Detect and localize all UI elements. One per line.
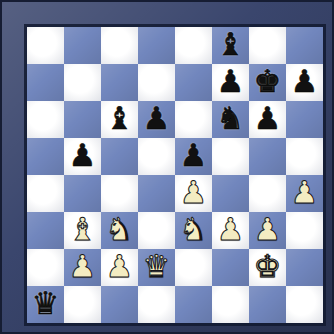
black-bishop[interactable]: ♝ — [106, 101, 134, 137]
square-e7[interactable] — [175, 64, 212, 101]
white-pawn[interactable]: ♟ — [254, 212, 282, 248]
square-e8[interactable] — [175, 27, 212, 64]
square-a4[interactable] — [27, 175, 64, 212]
square-f4[interactable] — [212, 175, 249, 212]
square-h8[interactable] — [286, 27, 323, 64]
square-h1[interactable] — [286, 286, 323, 323]
square-g3[interactable]: ♟ — [249, 212, 286, 249]
black-knight[interactable]: ♞ — [217, 101, 245, 137]
white-pawn[interactable]: ♟ — [106, 249, 134, 285]
white-king[interactable]: ♚ — [254, 249, 282, 285]
white-knight[interactable]: ♞ — [106, 212, 134, 248]
square-a1[interactable]: ♛ — [27, 286, 64, 323]
square-g5[interactable] — [249, 138, 286, 175]
square-e5[interactable]: ♟ — [175, 138, 212, 175]
square-f2[interactable] — [212, 249, 249, 286]
square-f8[interactable]: ♝ — [212, 27, 249, 64]
black-pawn[interactable]: ♟ — [69, 138, 97, 174]
black-pawn[interactable]: ♟ — [180, 138, 208, 174]
square-b1[interactable] — [64, 286, 101, 323]
square-b4[interactable] — [64, 175, 101, 212]
square-f6[interactable]: ♞ — [212, 101, 249, 138]
white-pawn[interactable]: ♟ — [217, 212, 245, 248]
black-bishop[interactable]: ♝ — [217, 27, 245, 63]
white-queen[interactable]: ♛ — [143, 249, 171, 285]
square-f1[interactable] — [212, 286, 249, 323]
square-h6[interactable] — [286, 101, 323, 138]
square-c6[interactable]: ♝ — [101, 101, 138, 138]
square-g1[interactable] — [249, 286, 286, 323]
square-d8[interactable] — [138, 27, 175, 64]
square-b2[interactable]: ♟ — [64, 249, 101, 286]
square-d3[interactable] — [138, 212, 175, 249]
square-a3[interactable] — [27, 212, 64, 249]
square-a6[interactable] — [27, 101, 64, 138]
square-d1[interactable] — [138, 286, 175, 323]
square-h7[interactable]: ♟ — [286, 64, 323, 101]
square-f5[interactable] — [212, 138, 249, 175]
square-h5[interactable] — [286, 138, 323, 175]
square-a5[interactable] — [27, 138, 64, 175]
square-h4[interactable]: ♟ — [286, 175, 323, 212]
square-d7[interactable] — [138, 64, 175, 101]
square-d4[interactable] — [138, 175, 175, 212]
square-d6[interactable]: ♟ — [138, 101, 175, 138]
square-d5[interactable] — [138, 138, 175, 175]
white-bishop[interactable]: ♝ — [69, 212, 97, 248]
square-c3[interactable]: ♞ — [101, 212, 138, 249]
square-e1[interactable] — [175, 286, 212, 323]
square-f7[interactable]: ♟ — [212, 64, 249, 101]
square-b5[interactable]: ♟ — [64, 138, 101, 175]
square-g8[interactable] — [249, 27, 286, 64]
black-pawn[interactable]: ♟ — [291, 64, 319, 100]
black-pawn[interactable]: ♟ — [217, 64, 245, 100]
square-b7[interactable] — [64, 64, 101, 101]
square-b8[interactable] — [64, 27, 101, 64]
square-c1[interactable] — [101, 286, 138, 323]
square-h2[interactable] — [286, 249, 323, 286]
square-g2[interactable]: ♚ — [249, 249, 286, 286]
square-c4[interactable] — [101, 175, 138, 212]
black-king[interactable]: ♚ — [254, 64, 282, 100]
square-c7[interactable] — [101, 64, 138, 101]
square-c5[interactable] — [101, 138, 138, 175]
square-e4[interactable]: ♟ — [175, 175, 212, 212]
square-e3[interactable]: ♞ — [175, 212, 212, 249]
square-d2[interactable]: ♛ — [138, 249, 175, 286]
square-g4[interactable] — [249, 175, 286, 212]
square-c8[interactable] — [101, 27, 138, 64]
white-pawn[interactable]: ♟ — [291, 175, 319, 211]
black-pawn[interactable]: ♟ — [143, 101, 171, 137]
white-pawn[interactable]: ♟ — [69, 249, 97, 285]
square-e2[interactable] — [175, 249, 212, 286]
square-h3[interactable] — [286, 212, 323, 249]
square-f3[interactable]: ♟ — [212, 212, 249, 249]
square-g7[interactable]: ♚ — [249, 64, 286, 101]
square-a8[interactable] — [27, 27, 64, 64]
square-b6[interactable] — [64, 101, 101, 138]
square-a2[interactable] — [27, 249, 64, 286]
square-c2[interactable]: ♟ — [101, 249, 138, 286]
square-e6[interactable] — [175, 101, 212, 138]
square-b3[interactable]: ♝ — [64, 212, 101, 249]
square-a7[interactable] — [27, 64, 64, 101]
board-frame: ♝♟♚♟♝♟♞♟♟♟♟♟♝♞♞♟♟♟♟♛♚♛ — [0, 0, 334, 334]
white-knight[interactable]: ♞ — [180, 212, 208, 248]
chess-board: ♝♟♚♟♝♟♞♟♟♟♟♟♝♞♞♟♟♟♟♛♚♛ — [27, 27, 323, 323]
square-g6[interactable]: ♟ — [249, 101, 286, 138]
black-pawn[interactable]: ♟ — [254, 101, 282, 137]
white-pawn[interactable]: ♟ — [180, 175, 208, 211]
black-queen[interactable]: ♛ — [32, 286, 60, 322]
